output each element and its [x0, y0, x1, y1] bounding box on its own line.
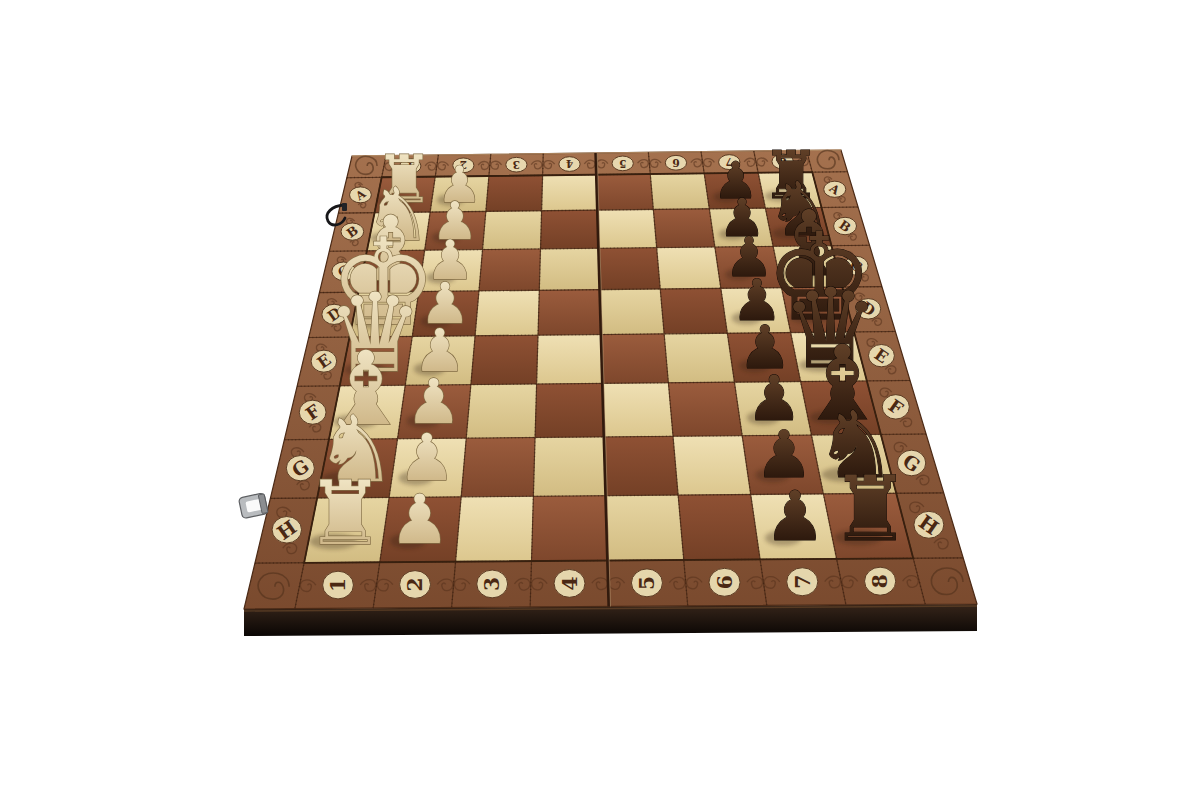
- square-C6: [657, 247, 721, 289]
- square-B5: [597, 209, 656, 248]
- piece-white-rook-H1: ♜: [306, 462, 385, 565]
- piece-black-pawn-H7: ♟: [764, 476, 825, 556]
- label-top-4: 4: [566, 157, 573, 170]
- square-B4: [540, 210, 598, 249]
- square-C5: [599, 248, 661, 290]
- square-D5: [600, 289, 664, 335]
- square-G5: [604, 436, 678, 495]
- square-E5: [601, 334, 668, 384]
- square-F3: [466, 384, 536, 438]
- label-bottom-2: 2: [403, 578, 427, 592]
- square-G3: [461, 438, 535, 497]
- label-bottom-7: 7: [791, 575, 815, 589]
- label-bottom-1: 1: [326, 578, 350, 592]
- square-F5: [602, 383, 673, 437]
- square-H3: [456, 496, 534, 561]
- chrome-clasp: [238, 493, 268, 519]
- square-H4: [531, 496, 607, 561]
- square-G4: [533, 437, 605, 496]
- label-top-5: 5: [619, 157, 626, 170]
- label-bottom-3: 3: [480, 577, 504, 591]
- label-bottom-4: 4: [558, 576, 582, 590]
- square-A6: [650, 173, 709, 209]
- square-A5: [596, 174, 653, 210]
- square-D3: [475, 290, 539, 336]
- label-top-6: 6: [672, 156, 679, 169]
- square-H5: [606, 495, 684, 560]
- square-E3: [471, 335, 538, 385]
- square-E4: [537, 335, 603, 385]
- chessboard: 11AA22BB33CC44DD55EE66FF77GG88HH♜♟♟♜♞♟♟♞…: [0, 0, 1200, 800]
- piece-black-rook-H8: ♜: [830, 457, 910, 561]
- square-G6: [673, 436, 751, 495]
- square-F6: [668, 382, 742, 436]
- square-A4: [542, 175, 598, 211]
- square-D6: [660, 288, 727, 334]
- square-F4: [535, 383, 604, 437]
- square-E6: [664, 333, 734, 383]
- square-C3: [479, 249, 541, 291]
- label-bottom-6: 6: [713, 575, 737, 589]
- square-H6: [678, 494, 760, 559]
- label-bottom-5: 5: [635, 576, 659, 590]
- square-B6: [653, 209, 715, 248]
- label-bottom-8: 8: [868, 574, 892, 588]
- label-top-3: 3: [513, 158, 520, 171]
- product-photo-stage: 11AA22BB33CC44DD55EE66FF77GG88HH♜♟♟♜♞♟♟♞…: [0, 0, 1200, 800]
- square-D4: [538, 290, 601, 336]
- square-C4: [539, 248, 599, 290]
- piece-white-pawn-H2: ♟: [389, 480, 450, 559]
- square-B3: [483, 211, 542, 250]
- square-A3: [486, 175, 543, 211]
